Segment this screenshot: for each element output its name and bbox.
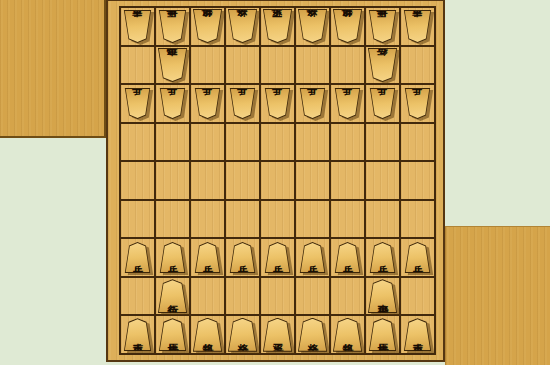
piece-bishop[interactable]: 角行 [367,48,398,82]
board-square[interactable]: 歩兵 [191,85,224,122]
board-square[interactable]: 銀将 [331,316,364,353]
board-square[interactable] [156,124,189,161]
board-square[interactable]: 歩兵 [401,239,434,276]
board-square[interactable] [156,162,189,199]
board-square[interactable]: 歩兵 [191,239,224,276]
board-square[interactable] [121,47,154,84]
piece-pawn[interactable]: 歩兵 [229,88,256,119]
piece-stand-sente[interactable] [445,226,550,365]
board-square[interactable]: 歩兵 [331,85,364,122]
board-square[interactable] [331,47,364,84]
board-square[interactable] [156,201,189,238]
board-square[interactable] [401,162,434,199]
piece-silver[interactable]: 銀将 [192,318,223,352]
board-square[interactable]: 香車 [121,316,154,353]
piece-pawn[interactable]: 歩兵 [264,242,291,273]
piece-pawn[interactable]: 歩兵 [159,88,186,119]
board-square[interactable] [401,124,434,161]
piece-pawn[interactable]: 歩兵 [124,242,151,273]
board-square[interactable] [121,124,154,161]
board-square[interactable] [366,201,399,238]
board-square[interactable] [401,201,434,238]
board-square[interactable] [261,124,294,161]
piece-pawn[interactable]: 歩兵 [404,88,431,119]
board-square[interactable]: 角行 [156,278,189,315]
board-square[interactable] [366,124,399,161]
board-square[interactable]: 歩兵 [121,239,154,276]
board-square[interactable] [121,201,154,238]
board-square[interactable] [191,201,224,238]
board-square[interactable] [121,162,154,199]
board-square[interactable]: 銀将 [191,316,224,353]
board-square[interactable]: 桂馬 [366,316,399,353]
board-square[interactable]: 歩兵 [366,85,399,122]
board-square[interactable]: 歩兵 [401,85,434,122]
board-square[interactable]: 王将 [261,8,294,45]
piece-lance[interactable]: 香車 [403,318,432,351]
piece-pawn[interactable]: 歩兵 [334,88,361,119]
board-square[interactable] [261,201,294,238]
board-square[interactable] [296,201,329,238]
board-square[interactable]: 香車 [401,8,434,45]
board-square[interactable] [401,47,434,84]
piece-king[interactable]: 王将 [262,9,293,43]
board-square[interactable]: 玉将 [261,316,294,353]
piece-gold[interactable]: 金将 [227,9,258,43]
piece-pawn[interactable]: 歩兵 [194,88,221,119]
board-square[interactable]: 歩兵 [156,239,189,276]
piece-pawn[interactable]: 歩兵 [159,242,186,273]
board-grid: 香車桂馬銀将金将王将金将銀将桂馬香車飛車角行歩兵歩兵歩兵歩兵歩兵歩兵歩兵歩兵歩兵… [119,6,436,355]
piece-lance[interactable]: 香車 [403,10,432,43]
shogi-board: 香車桂馬銀将金将王将金将銀将桂馬香車飛車角行歩兵歩兵歩兵歩兵歩兵歩兵歩兵歩兵歩兵… [106,0,445,362]
board-square[interactable]: 歩兵 [296,85,329,122]
board-square[interactable]: 飛車 [156,47,189,84]
board-square[interactable] [191,162,224,199]
piece-pawn[interactable]: 歩兵 [124,88,151,119]
piece-silver[interactable]: 銀将 [332,318,363,352]
board-square[interactable]: 歩兵 [261,85,294,122]
piece-rook[interactable]: 飛車 [367,279,398,313]
piece-pawn[interactable]: 歩兵 [334,242,361,273]
board-square[interactable] [226,124,259,161]
piece-pawn[interactable]: 歩兵 [194,242,221,273]
shogi-scene: 香車桂馬銀将金将王将金将銀将桂馬香車飛車角行歩兵歩兵歩兵歩兵歩兵歩兵歩兵歩兵歩兵… [0,0,550,365]
piece-gold[interactable]: 金将 [297,318,328,352]
piece-rook[interactable]: 飛車 [157,48,188,82]
board-square[interactable]: 歩兵 [261,239,294,276]
piece-knight[interactable]: 桂馬 [158,10,187,43]
board-square[interactable]: 桂馬 [156,316,189,353]
board-square[interactable] [296,162,329,199]
board-square[interactable]: 桂馬 [366,8,399,45]
board-square[interactable]: 歩兵 [121,85,154,122]
board-square[interactable] [296,124,329,161]
board-square[interactable] [331,201,364,238]
board-square[interactable] [331,162,364,199]
board-square[interactable] [226,162,259,199]
piece-pawn[interactable]: 歩兵 [404,242,431,273]
piece-lance[interactable]: 香車 [123,10,152,43]
board-square[interactable]: 金将 [296,316,329,353]
board-square[interactable]: 歩兵 [296,239,329,276]
board-square[interactable] [191,47,224,84]
board-square[interactable]: 金将 [226,316,259,353]
board-square[interactable]: 歩兵 [226,85,259,122]
board-square[interactable]: 飛車 [366,278,399,315]
piece-gold[interactable]: 金将 [227,318,258,352]
piece-king-jeweled[interactable]: 玉将 [262,318,293,352]
piece-lance[interactable]: 香車 [123,318,152,351]
piece-pawn[interactable]: 歩兵 [229,242,256,273]
board-square[interactable] [261,47,294,84]
board-square[interactable] [226,201,259,238]
piece-silver[interactable]: 銀将 [192,9,223,43]
piece-pawn[interactable]: 歩兵 [264,88,291,119]
board-square[interactable]: 角行 [366,47,399,84]
board-square[interactable] [261,278,294,315]
board-square[interactable] [226,47,259,84]
piece-pawn[interactable]: 歩兵 [369,88,396,119]
piece-pawn[interactable]: 歩兵 [299,242,326,273]
piece-stand-gote[interactable] [0,0,106,138]
piece-knight[interactable]: 桂馬 [368,318,397,351]
board-square[interactable]: 歩兵 [156,85,189,122]
board-square[interactable]: 銀将 [191,8,224,45]
board-square[interactable] [191,124,224,161]
board-square[interactable] [366,162,399,199]
board-square[interactable] [331,124,364,161]
piece-knight[interactable]: 桂馬 [158,318,187,351]
board-square[interactable] [121,278,154,315]
board-square[interactable]: 歩兵 [331,239,364,276]
board-square[interactable]: 金将 [226,8,259,45]
piece-gold[interactable]: 金将 [297,9,328,43]
board-square[interactable] [261,162,294,199]
piece-silver[interactable]: 銀将 [332,9,363,43]
piece-knight[interactable]: 桂馬 [368,10,397,43]
board-square[interactable]: 金将 [296,8,329,45]
board-square[interactable]: 銀将 [331,8,364,45]
board-square[interactable]: 歩兵 [226,239,259,276]
piece-bishop[interactable]: 角行 [157,279,188,313]
board-square[interactable]: 香車 [401,316,434,353]
board-square[interactable] [296,47,329,84]
board-square[interactable]: 桂馬 [156,8,189,45]
piece-pawn[interactable]: 歩兵 [369,242,396,273]
board-square[interactable]: 歩兵 [366,239,399,276]
board-square[interactable]: 香車 [121,8,154,45]
piece-pawn[interactable]: 歩兵 [299,88,326,119]
board-square[interactable] [331,278,364,315]
board-square[interactable] [296,278,329,315]
board-square[interactable] [401,278,434,315]
board-square[interactable] [226,278,259,315]
board-square[interactable] [191,278,224,315]
